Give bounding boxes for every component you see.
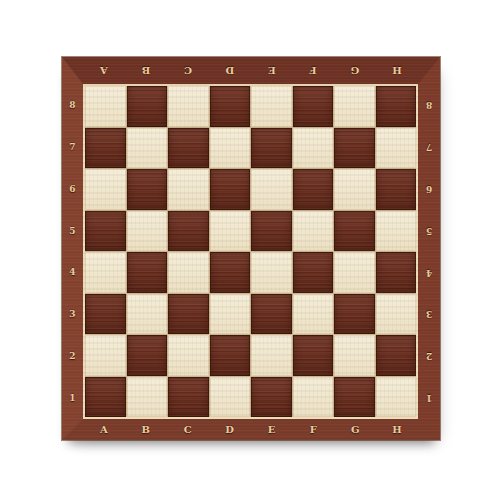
file-label-bottom-b: B [125,419,167,440]
rank-label-right-2: 2 [418,335,440,377]
rank-label-left-3: 3 [62,293,83,335]
file-labels-bottom: ABCDEFGH [62,419,440,440]
square-g5[interactable] [334,211,375,252]
square-d4[interactable] [210,252,251,293]
file-label-bottom-a: A [83,419,125,440]
square-f8[interactable] [293,86,334,127]
file-label-bottom-f: F [292,419,334,440]
file-label-top-d: D [209,57,251,84]
square-a8[interactable] [85,86,126,127]
square-g7[interactable] [334,128,375,169]
square-g6[interactable] [334,169,375,210]
square-h4[interactable] [376,252,417,293]
rank-label-right-8: 8 [418,84,440,126]
square-f5[interactable] [293,211,334,252]
square-a4[interactable] [85,252,126,293]
square-b2[interactable] [127,335,168,376]
file-label-bottom-d: D [209,419,251,440]
rank-label-right-7: 7 [418,126,440,168]
file-label-top-f: F [292,57,334,84]
square-g3[interactable] [334,294,375,335]
square-e3[interactable] [251,294,292,335]
square-d5[interactable] [210,211,251,252]
rank-label-right-1: 1 [418,377,440,419]
square-h8[interactable] [376,86,417,127]
file-label-top-a: A [83,57,125,84]
square-b7[interactable] [127,128,168,169]
square-h6[interactable] [376,169,417,210]
square-f2[interactable] [293,335,334,376]
file-labels-top: ABCDEFGH [62,57,440,84]
file-label-bottom-c: C [167,419,209,440]
file-label-top-h: H [376,57,418,84]
square-e1[interactable] [251,377,292,418]
square-e6[interactable] [251,169,292,210]
square-h1[interactable] [376,377,417,418]
file-label-top-c: C [167,57,209,84]
rank-label-left-5: 5 [62,210,83,252]
square-g8[interactable] [334,86,375,127]
square-d7[interactable] [210,128,251,169]
square-a3[interactable] [85,294,126,335]
square-h2[interactable] [376,335,417,376]
square-c4[interactable] [168,252,209,293]
square-e2[interactable] [251,335,292,376]
square-c7[interactable] [168,128,209,169]
square-h3[interactable] [376,294,417,335]
file-label-top-b: B [125,57,167,84]
square-d3[interactable] [210,294,251,335]
rank-label-left-4: 4 [62,252,83,294]
square-d1[interactable] [210,377,251,418]
square-c1[interactable] [168,377,209,418]
file-label-bottom-e: E [251,419,293,440]
square-h5[interactable] [376,211,417,252]
square-f1[interactable] [293,377,334,418]
rank-label-left-1: 1 [62,377,83,419]
chess-board: ABCDEFGH ABCDEFGH 87654321 87654321 [62,57,440,440]
square-b4[interactable] [127,252,168,293]
square-c6[interactable] [168,169,209,210]
square-f4[interactable] [293,252,334,293]
square-c5[interactable] [168,211,209,252]
rank-label-left-6: 6 [62,168,83,210]
square-b3[interactable] [127,294,168,335]
square-a6[interactable] [85,169,126,210]
square-a1[interactable] [85,377,126,418]
square-g2[interactable] [334,335,375,376]
file-label-top-g: G [334,57,376,84]
square-a7[interactable] [85,128,126,169]
file-label-bottom-h: H [376,419,418,440]
square-f7[interactable] [293,128,334,169]
square-d2[interactable] [210,335,251,376]
square-d6[interactable] [210,169,251,210]
square-g4[interactable] [334,252,375,293]
rank-labels-right: 87654321 [418,84,440,419]
square-d8[interactable] [210,86,251,127]
square-g1[interactable] [334,377,375,418]
square-b8[interactable] [127,86,168,127]
playing-field [83,84,418,419]
square-e5[interactable] [251,211,292,252]
product-photo: ABCDEFGH ABCDEFGH 87654321 87654321 [0,0,500,483]
rank-label-right-5: 5 [418,210,440,252]
rank-label-left-8: 8 [62,84,83,126]
square-b1[interactable] [127,377,168,418]
square-e7[interactable] [251,128,292,169]
square-c2[interactable] [168,335,209,376]
rank-label-left-7: 7 [62,126,83,168]
square-c3[interactable] [168,294,209,335]
square-f3[interactable] [293,294,334,335]
file-label-top-e: E [251,57,293,84]
rank-label-right-3: 3 [418,293,440,335]
file-label-bottom-g: G [334,419,376,440]
square-b5[interactable] [127,211,168,252]
rank-label-right-6: 6 [418,168,440,210]
rank-label-right-4: 4 [418,252,440,294]
square-e4[interactable] [251,252,292,293]
square-c8[interactable] [168,86,209,127]
square-e8[interactable] [251,86,292,127]
square-b6[interactable] [127,169,168,210]
square-a5[interactable] [85,211,126,252]
square-f6[interactable] [293,169,334,210]
square-h7[interactable] [376,128,417,169]
rank-labels-left: 87654321 [62,84,83,419]
rank-label-left-2: 2 [62,335,83,377]
square-a2[interactable] [85,335,126,376]
